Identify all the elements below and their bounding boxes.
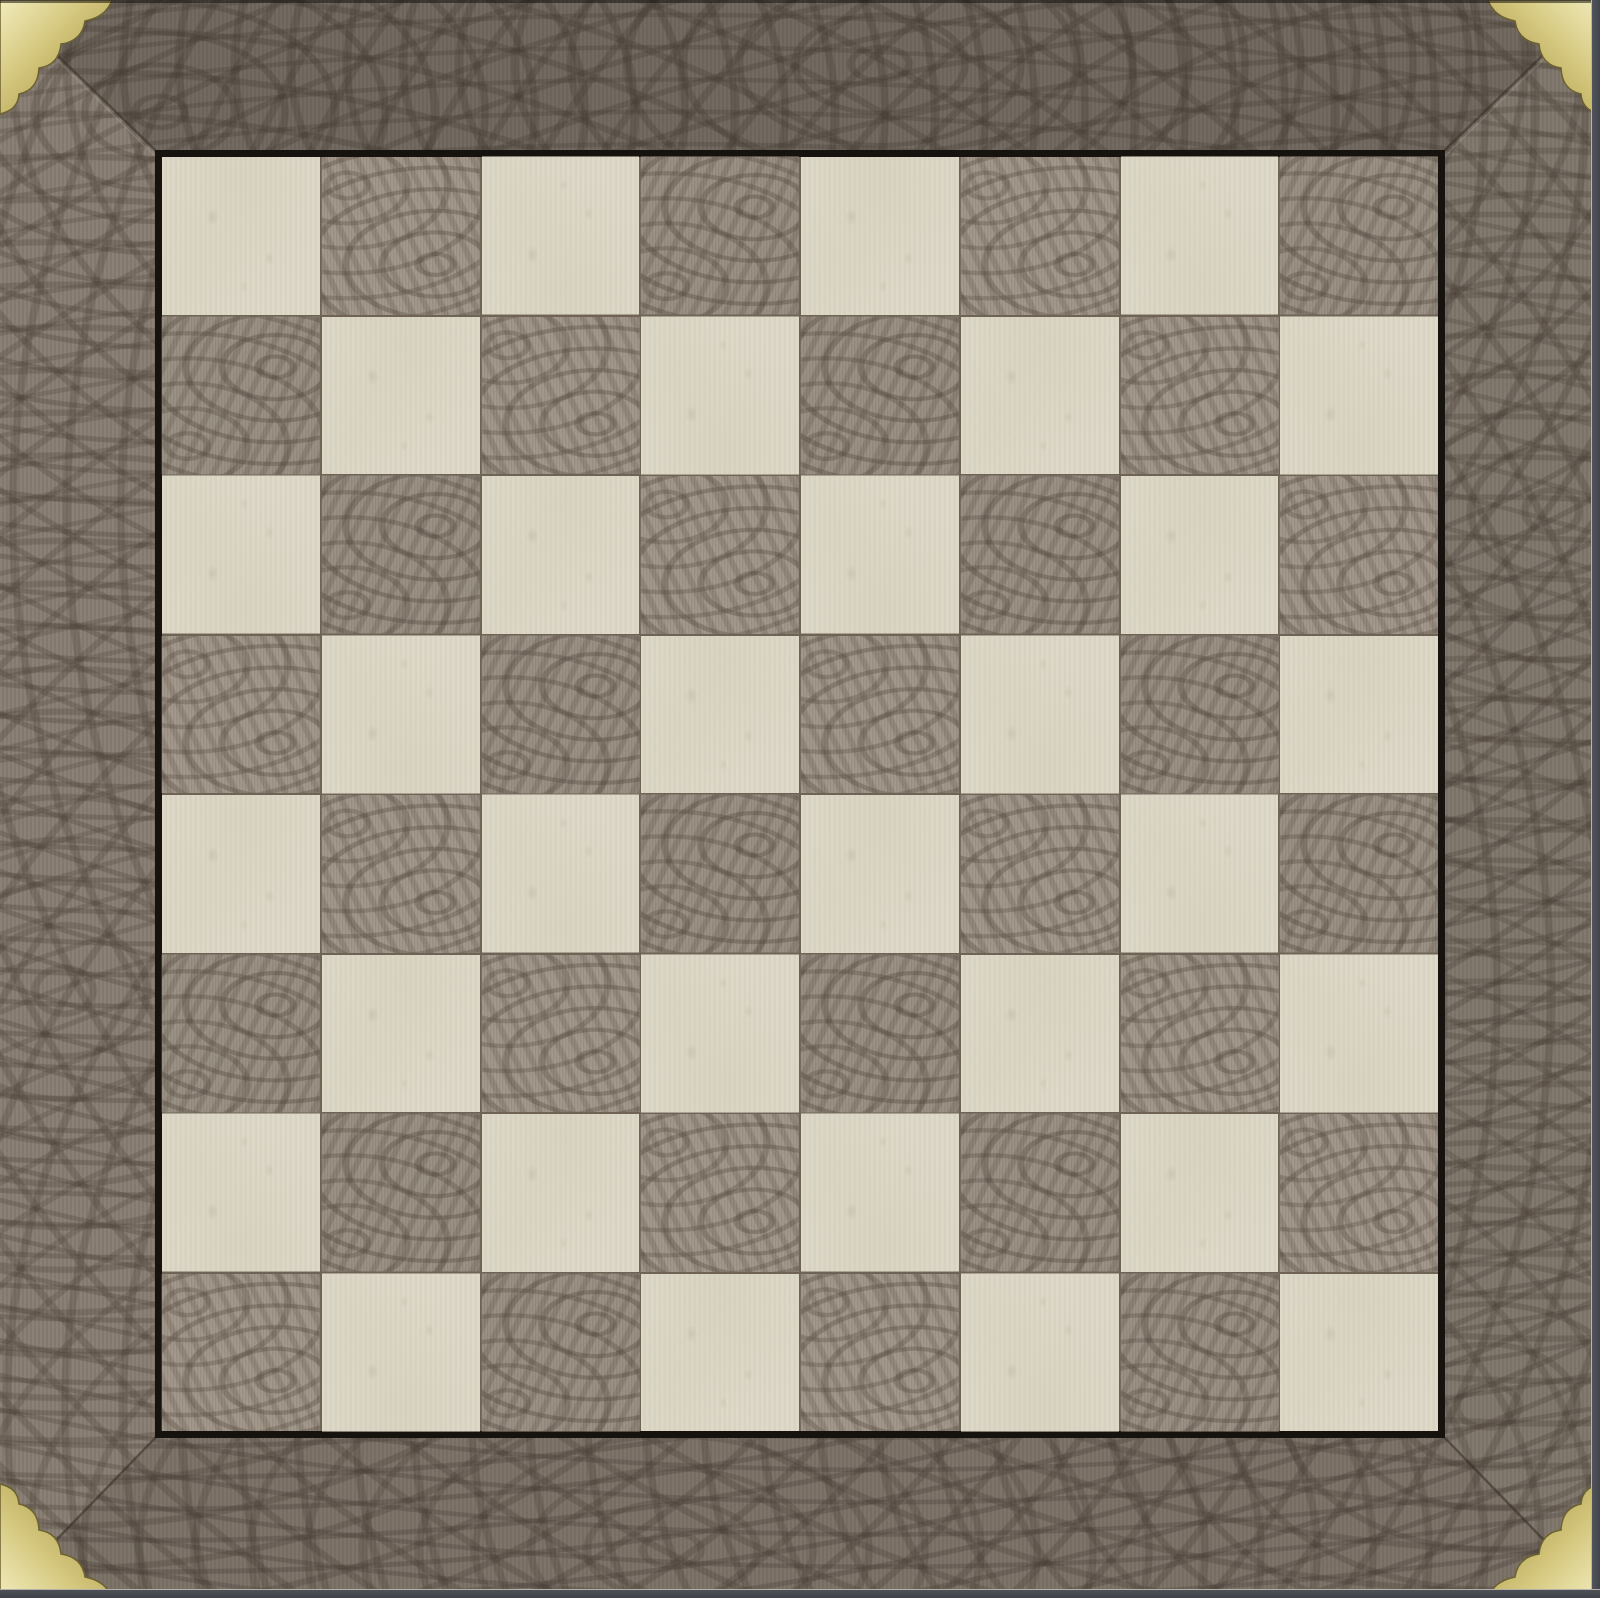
square-f2[interactable]: [961, 1114, 1119, 1272]
board-edge-right: [1591, 0, 1600, 1598]
square-b1[interactable]: [322, 1274, 480, 1432]
square-a6[interactable]: [162, 476, 320, 634]
square-f6[interactable]: [961, 476, 1119, 634]
square-c5[interactable]: [482, 636, 640, 794]
square-c1[interactable]: [482, 1274, 640, 1432]
square-d1[interactable]: [641, 1274, 799, 1432]
square-h2[interactable]: [1280, 1114, 1438, 1272]
square-e3[interactable]: [801, 955, 959, 1113]
square-c2[interactable]: [482, 1114, 640, 1272]
square-f4[interactable]: [961, 795, 1119, 953]
square-a7[interactable]: [162, 317, 320, 475]
square-g6[interactable]: [1121, 476, 1279, 634]
square-d6[interactable]: [641, 476, 799, 634]
square-h7[interactable]: [1280, 317, 1438, 475]
square-d2[interactable]: [641, 1114, 799, 1272]
square-h5[interactable]: [1280, 636, 1438, 794]
square-g5[interactable]: [1121, 636, 1279, 794]
square-a8[interactable]: [162, 157, 320, 315]
square-g8[interactable]: [1121, 157, 1279, 315]
square-g3[interactable]: [1121, 955, 1279, 1113]
square-c7[interactable]: [482, 317, 640, 475]
square-f5[interactable]: [961, 636, 1119, 794]
square-c6[interactable]: [482, 476, 640, 634]
square-c4[interactable]: [482, 795, 640, 953]
square-c8[interactable]: [482, 157, 640, 315]
square-b8[interactable]: [322, 157, 480, 315]
square-b5[interactable]: [322, 636, 480, 794]
square-e5[interactable]: [801, 636, 959, 794]
square-d5[interactable]: [641, 636, 799, 794]
square-c3[interactable]: [482, 955, 640, 1113]
square-h8[interactable]: [1280, 157, 1438, 315]
square-h4[interactable]: [1280, 795, 1438, 953]
square-b7[interactable]: [322, 317, 480, 475]
square-a1[interactable]: [162, 1274, 320, 1432]
square-e6[interactable]: [801, 476, 959, 634]
square-f8[interactable]: [961, 157, 1119, 315]
square-b4[interactable]: [322, 795, 480, 953]
board-edge-bottom: [0, 1589, 1600, 1598]
square-a2[interactable]: [162, 1114, 320, 1272]
square-b3[interactable]: [322, 955, 480, 1113]
square-d8[interactable]: [641, 157, 799, 315]
square-h1[interactable]: [1280, 1274, 1438, 1432]
square-e8[interactable]: [801, 157, 959, 315]
square-e1[interactable]: [801, 1274, 959, 1432]
square-e7[interactable]: [801, 317, 959, 475]
square-b2[interactable]: [322, 1114, 480, 1272]
square-f7[interactable]: [961, 317, 1119, 475]
square-e2[interactable]: [801, 1114, 959, 1272]
playing-area: [155, 150, 1445, 1438]
square-e4[interactable]: [801, 795, 959, 953]
square-g4[interactable]: [1121, 795, 1279, 953]
square-d3[interactable]: [641, 955, 799, 1113]
square-f1[interactable]: [961, 1274, 1119, 1432]
square-d4[interactable]: [641, 795, 799, 953]
square-g7[interactable]: [1121, 317, 1279, 475]
square-a5[interactable]: [162, 636, 320, 794]
square-f3[interactable]: [961, 955, 1119, 1113]
board-edge-top: [0, 0, 1600, 3]
square-b6[interactable]: [322, 476, 480, 634]
square-g2[interactable]: [1121, 1114, 1279, 1272]
square-h6[interactable]: [1280, 476, 1438, 634]
square-d7[interactable]: [641, 317, 799, 475]
square-a3[interactable]: [162, 955, 320, 1113]
chess-board-photo: [0, 0, 1600, 1598]
square-h3[interactable]: [1280, 955, 1438, 1113]
square-a4[interactable]: [162, 795, 320, 953]
square-g1[interactable]: [1121, 1274, 1279, 1432]
